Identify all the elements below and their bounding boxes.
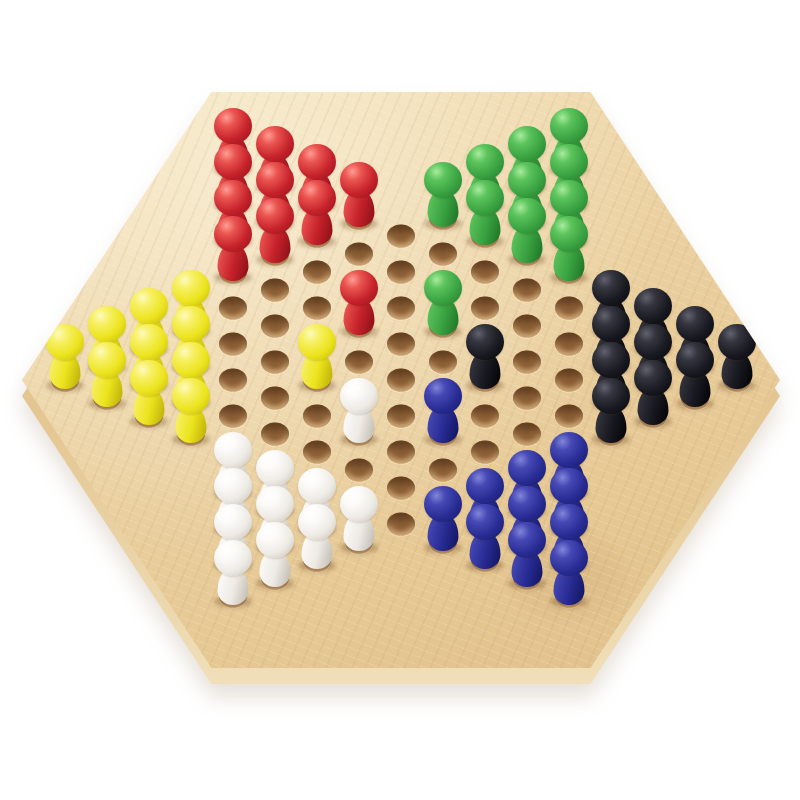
board-hole[interactable] — [471, 261, 499, 284]
board-hole[interactable] — [261, 279, 289, 302]
peg-red[interactable] — [252, 191, 298, 263]
board-hole[interactable] — [261, 315, 289, 338]
peg-head — [424, 162, 462, 198]
board-hole[interactable] — [261, 387, 289, 410]
peg-head — [718, 324, 756, 360]
peg-head — [634, 360, 672, 396]
peg-head — [466, 180, 504, 216]
peg-head — [340, 486, 378, 522]
peg-head — [508, 198, 546, 234]
peg-white[interactable] — [336, 479, 382, 551]
peg-head — [340, 270, 378, 306]
board-hole[interactable] — [513, 387, 541, 410]
board-hole[interactable] — [387, 513, 415, 536]
board-hole[interactable] — [555, 297, 583, 320]
peg-head — [592, 378, 630, 414]
board-hole[interactable] — [513, 279, 541, 302]
peg-blue[interactable] — [504, 515, 550, 587]
peg-head — [340, 162, 378, 198]
peg-white[interactable] — [210, 533, 256, 605]
photo-background: chinese-checkers — [0, 0, 800, 800]
peg-white[interactable] — [336, 371, 382, 443]
peg-head — [676, 342, 714, 378]
board-hole[interactable] — [387, 261, 415, 284]
peg-green[interactable] — [546, 209, 592, 281]
peg-black[interactable] — [630, 353, 676, 425]
peg-white[interactable] — [294, 497, 340, 569]
board-hole[interactable] — [387, 369, 415, 392]
board-hole[interactable] — [219, 297, 247, 320]
peg-head — [466, 324, 504, 360]
peg-green[interactable] — [504, 191, 550, 263]
peg-head — [298, 504, 336, 540]
board-surface — [22, 92, 780, 668]
peg-blue[interactable] — [420, 371, 466, 443]
peg-head — [256, 198, 294, 234]
peg-head — [298, 324, 336, 360]
peg-green[interactable] — [462, 173, 508, 245]
peg-blue[interactable] — [546, 533, 592, 605]
peg-blue[interactable] — [462, 497, 508, 569]
peg-blue[interactable] — [420, 479, 466, 551]
board-hole[interactable] — [219, 369, 247, 392]
board-hole[interactable] — [303, 405, 331, 428]
peg-black[interactable] — [462, 317, 508, 389]
peg-head — [214, 216, 252, 252]
peg-head — [214, 540, 252, 576]
peg-red[interactable] — [336, 155, 382, 227]
board-hole[interactable] — [303, 261, 331, 284]
peg-head — [46, 324, 84, 360]
peg-head — [130, 360, 168, 396]
peg-head — [550, 216, 588, 252]
peg-head — [550, 540, 588, 576]
peg-red[interactable] — [210, 209, 256, 281]
chinese-checkers-board — [22, 92, 780, 668]
peg-head — [340, 378, 378, 414]
peg-head — [298, 180, 336, 216]
peg-head — [172, 378, 210, 414]
peg-black[interactable] — [588, 371, 634, 443]
board-hole[interactable] — [513, 315, 541, 338]
peg-yellow[interactable] — [84, 335, 130, 407]
board-hole[interactable] — [555, 333, 583, 356]
peg-red[interactable] — [336, 263, 382, 335]
peg-yellow[interactable] — [168, 371, 214, 443]
peg-head — [256, 522, 294, 558]
board-hole[interactable] — [387, 225, 415, 248]
board-hole[interactable] — [219, 333, 247, 356]
peg-black[interactable] — [672, 335, 718, 407]
board-hole[interactable] — [471, 405, 499, 428]
peg-head — [508, 522, 546, 558]
peg-black[interactable] — [714, 317, 760, 389]
peg-head — [424, 378, 462, 414]
peg-green[interactable] — [420, 155, 466, 227]
board-hole[interactable] — [387, 477, 415, 500]
peg-head — [466, 504, 504, 540]
peg-green[interactable] — [420, 263, 466, 335]
peg-red[interactable] — [294, 173, 340, 245]
peg-yellow[interactable] — [126, 353, 172, 425]
peg-head — [424, 270, 462, 306]
peg-yellow[interactable] — [294, 317, 340, 389]
peg-white[interactable] — [252, 515, 298, 587]
board-hole[interactable] — [387, 441, 415, 464]
board-hole[interactable] — [387, 405, 415, 428]
board-hole[interactable] — [513, 351, 541, 374]
peg-yellow[interactable] — [42, 317, 88, 389]
peg-head — [424, 486, 462, 522]
board-hole[interactable] — [261, 351, 289, 374]
board-hole[interactable] — [555, 369, 583, 392]
peg-head — [88, 342, 126, 378]
board-hole[interactable] — [387, 297, 415, 320]
board-hole[interactable] — [387, 333, 415, 356]
